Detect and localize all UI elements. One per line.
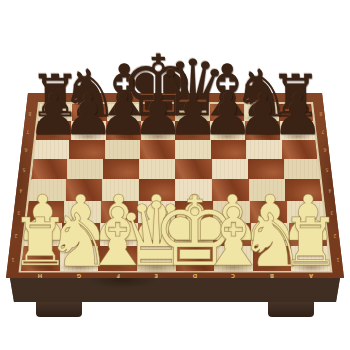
file-label: E	[154, 272, 158, 278]
rank-label-left: 8	[28, 110, 31, 115]
case-foot-left	[36, 300, 82, 317]
board-square	[103, 159, 139, 180]
file-label: D	[193, 272, 198, 278]
rank-label-right: 8	[319, 110, 322, 115]
rank-label-left: 6	[24, 147, 27, 152]
rank-label-right: 5	[326, 167, 329, 172]
file-label: H	[38, 272, 43, 278]
file-label: F	[116, 272, 120, 278]
rank-label-left: 5	[22, 167, 25, 172]
piece-dark-pawn: ♟	[272, 86, 323, 143]
rank-label-right: 6	[324, 147, 327, 152]
rank-label-right: 4	[328, 188, 331, 193]
rank-label-right: 3	[331, 209, 334, 214]
chess-set-photo: HGFEDCBA8877665544332211 ♜♞♝♚♛♝♞♜♟♟♟♟♟♟♟…	[0, 0, 350, 350]
case-foot-right	[268, 300, 314, 317]
rank-label-right: 1	[336, 256, 339, 261]
board-square	[284, 159, 320, 180]
rank-label-left: 4	[20, 188, 23, 193]
rank-label-left: 7	[26, 128, 29, 133]
rank-label-left: 3	[17, 209, 20, 214]
piece-light-rook: ♜	[281, 210, 340, 276]
rank-label-left: 2	[15, 232, 18, 237]
file-label: C	[231, 272, 235, 278]
board-square	[67, 159, 103, 180]
board-square	[31, 159, 67, 180]
rank-label-right: 7	[321, 128, 324, 133]
file-label: A	[309, 272, 313, 278]
rank-label-right: 2	[333, 232, 336, 237]
rank-label-left: 1	[12, 256, 15, 261]
file-label: G	[77, 272, 82, 278]
board-square	[248, 159, 284, 180]
file-label: B	[270, 272, 274, 278]
